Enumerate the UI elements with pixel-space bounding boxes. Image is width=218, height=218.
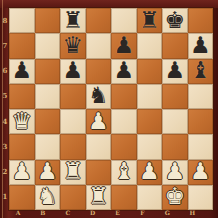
square-a2[interactable]: ♟	[9, 160, 35, 185]
file-label-f: F	[138, 209, 147, 217]
piece-black-pawn[interactable]: ♟	[164, 59, 185, 83]
square-h3[interactable]	[188, 134, 214, 159]
square-c6[interactable]: ♟	[60, 59, 86, 84]
file-label-c: C	[63, 209, 72, 217]
book-spine-highlight	[2, 0, 3, 218]
piece-white-rook[interactable]: ♜	[62, 160, 83, 184]
square-d8[interactable]	[86, 8, 112, 33]
square-c2[interactable]: ♜	[60, 160, 86, 185]
square-h5[interactable]	[188, 84, 214, 109]
square-b2[interactable]: ♟	[35, 160, 61, 185]
square-e3[interactable]	[111, 134, 137, 159]
square-a4[interactable]: ♛	[9, 109, 35, 134]
square-g6[interactable]: ♟	[162, 59, 188, 84]
rank-label-4: 4	[1, 118, 9, 126]
piece-black-pawn[interactable]: ♟	[113, 59, 134, 83]
piece-white-pawn[interactable]: ♟	[164, 160, 185, 184]
square-g4[interactable]	[162, 109, 188, 134]
square-e5[interactable]	[111, 84, 137, 109]
square-a8[interactable]	[9, 8, 35, 33]
square-a5[interactable]	[9, 84, 35, 109]
rank-label-6: 6	[1, 67, 9, 75]
piece-white-pawn[interactable]: ♟	[139, 160, 160, 184]
square-h6[interactable]: ♝	[188, 59, 214, 84]
rank-label-3: 3	[1, 143, 9, 151]
square-f8[interactable]: ♜	[137, 8, 163, 33]
rank-label-8: 8	[1, 17, 9, 25]
file-label-e: E	[113, 209, 122, 217]
file-label-h: H	[188, 209, 197, 217]
square-c5[interactable]	[60, 84, 86, 109]
square-h8[interactable]	[188, 8, 214, 33]
square-b4[interactable]	[35, 109, 61, 134]
square-a6[interactable]: ♟	[9, 59, 35, 84]
file-label-g: G	[163, 209, 172, 217]
square-e4[interactable]	[111, 109, 137, 134]
square-f7[interactable]	[137, 33, 163, 58]
square-e1[interactable]	[111, 185, 137, 210]
piece-black-queen[interactable]: ♛	[62, 34, 83, 58]
square-c8[interactable]: ♜	[60, 8, 86, 33]
square-f5[interactable]	[137, 84, 163, 109]
file-label-d: D	[88, 209, 97, 217]
chess-board: ♜♜♚♛♟♟♟♟♟♟♝♞♛♟♟♟♜♝♟♟♟♞♜♚	[9, 8, 213, 210]
square-f1[interactable]	[137, 185, 163, 210]
square-h7[interactable]: ♟	[188, 33, 214, 58]
square-d7[interactable]	[86, 33, 112, 58]
square-h4[interactable]	[188, 109, 214, 134]
square-e8[interactable]	[111, 8, 137, 33]
piece-white-pawn[interactable]: ♟	[37, 160, 58, 184]
piece-black-pawn[interactable]: ♟	[62, 59, 83, 83]
square-f2[interactable]: ♟	[137, 160, 163, 185]
rank-label-7: 7	[1, 42, 9, 50]
square-g8[interactable]: ♚	[162, 8, 188, 33]
square-d2[interactable]	[86, 160, 112, 185]
piece-white-pawn[interactable]: ♟	[190, 160, 211, 184]
square-b1[interactable]: ♞	[35, 185, 61, 210]
square-b7[interactable]	[35, 33, 61, 58]
square-e2[interactable]: ♝	[111, 160, 137, 185]
square-b6[interactable]	[35, 59, 61, 84]
piece-black-rook[interactable]: ♜	[62, 9, 83, 33]
square-f6[interactable]	[137, 59, 163, 84]
piece-white-pawn[interactable]: ♟	[11, 160, 32, 184]
rank-label-2: 2	[1, 168, 9, 176]
piece-black-pawn[interactable]: ♟	[113, 34, 134, 58]
square-c1[interactable]	[60, 185, 86, 210]
file-label-a: A	[14, 209, 23, 217]
square-d1[interactable]: ♜	[86, 185, 112, 210]
square-b3[interactable]	[35, 134, 61, 159]
file-label-b: B	[38, 209, 47, 217]
square-d3[interactable]	[86, 134, 112, 159]
square-a7[interactable]	[9, 33, 35, 58]
square-d5[interactable]: ♞	[86, 84, 112, 109]
square-a1[interactable]	[9, 185, 35, 210]
rank-label-5: 5	[1, 92, 9, 100]
square-g1[interactable]: ♚	[162, 185, 188, 210]
square-g7[interactable]	[162, 33, 188, 58]
square-b8[interactable]	[35, 8, 61, 33]
square-c3[interactable]	[60, 134, 86, 159]
square-h2[interactable]: ♟	[188, 160, 214, 185]
square-g3[interactable]	[162, 134, 188, 159]
rank-label-1: 1	[1, 193, 9, 201]
square-d4[interactable]: ♟	[86, 109, 112, 134]
square-c7[interactable]: ♛	[60, 33, 86, 58]
square-a3[interactable]	[9, 134, 35, 159]
piece-black-pawn[interactable]: ♟	[11, 59, 32, 83]
square-g2[interactable]: ♟	[162, 160, 188, 185]
piece-white-queen[interactable]: ♛	[11, 110, 32, 134]
piece-white-rook[interactable]: ♜	[88, 185, 109, 209]
piece-black-bishop[interactable]: ♝	[190, 59, 211, 83]
square-c4[interactable]	[60, 109, 86, 134]
square-e7[interactable]: ♟	[111, 33, 137, 58]
piece-white-king[interactable]: ♚	[164, 185, 185, 209]
square-f4[interactable]	[137, 109, 163, 134]
square-f3[interactable]	[137, 134, 163, 159]
piece-white-bishop[interactable]: ♝	[113, 160, 134, 184]
square-g5[interactable]	[162, 84, 188, 109]
piece-white-pawn[interactable]: ♟	[88, 110, 109, 134]
piece-white-knight[interactable]: ♞	[37, 185, 58, 209]
piece-black-rook[interactable]: ♜	[139, 9, 160, 33]
square-b5[interactable]	[35, 84, 61, 109]
piece-black-pawn[interactable]: ♟	[190, 34, 211, 58]
square-e6[interactable]: ♟	[111, 59, 137, 84]
piece-black-knight[interactable]: ♞	[88, 84, 109, 108]
square-d6[interactable]	[86, 59, 112, 84]
piece-black-king[interactable]: ♚	[164, 9, 185, 33]
square-h1[interactable]	[188, 185, 214, 210]
chess-board-frame: ♜♜♚♛♟♟♟♟♟♟♝♞♛♟♟♟♜♝♟♟♟♞♜♚ 87654321ABCDEFG…	[0, 0, 218, 218]
